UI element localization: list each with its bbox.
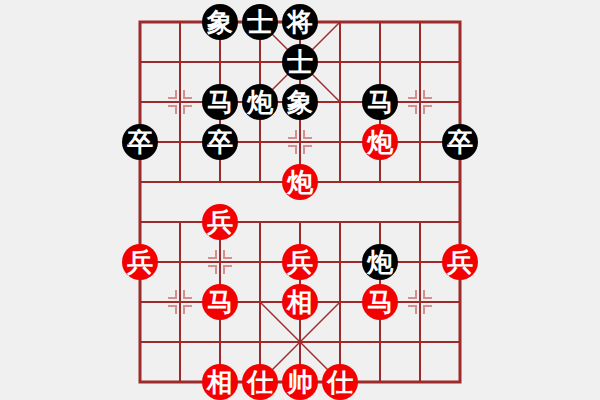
piece-black-horse[interactable]: 马 xyxy=(362,84,398,120)
piece-black-soldier[interactable]: 卒 xyxy=(442,124,478,160)
piece-red-cannon[interactable]: 炮 xyxy=(362,124,398,160)
piece-black-general[interactable]: 将 xyxy=(282,4,318,40)
piece-red-soldier[interactable]: 兵 xyxy=(442,244,478,280)
piece-black-soldier[interactable]: 卒 xyxy=(122,124,158,160)
xiangqi-board[interactable]: 象士将士马炮象马卒卒炮卒炮兵兵兵炮兵马相马相仕帅仕 xyxy=(120,2,480,400)
piece-red-advisor[interactable]: 仕 xyxy=(322,364,358,400)
piece-black-advisor[interactable]: 士 xyxy=(282,44,318,80)
piece-red-cannon[interactable]: 炮 xyxy=(282,164,318,200)
piece-red-general[interactable]: 帅 xyxy=(282,364,318,400)
piece-red-horse[interactable]: 马 xyxy=(362,284,398,320)
screen: { "game": "xiangqi", "position": { "fen"… xyxy=(0,0,600,400)
piece-red-soldier[interactable]: 兵 xyxy=(122,244,158,280)
piece-black-cannon[interactable]: 炮 xyxy=(242,84,278,120)
piece-red-elephant[interactable]: 相 xyxy=(202,364,238,400)
piece-black-soldier[interactable]: 卒 xyxy=(202,124,238,160)
piece-red-soldier[interactable]: 兵 xyxy=(282,244,318,280)
piece-black-elephant[interactable]: 象 xyxy=(282,84,318,120)
piece-black-horse[interactable]: 马 xyxy=(202,84,238,120)
piece-red-horse[interactable]: 马 xyxy=(202,284,238,320)
piece-red-elephant[interactable]: 相 xyxy=(282,284,318,320)
piece-black-advisor[interactable]: 士 xyxy=(242,4,278,40)
piece-red-soldier[interactable]: 兵 xyxy=(202,204,238,240)
xiangqi-app: 象士将士马炮象马卒卒炮卒炮兵兵兵炮兵马相马相仕帅仕 xyxy=(0,0,600,400)
piece-red-advisor[interactable]: 仕 xyxy=(242,364,278,400)
piece-black-elephant[interactable]: 象 xyxy=(202,4,238,40)
piece-black-cannon[interactable]: 炮 xyxy=(362,244,398,280)
board-grid: 象士将士马炮象马卒卒炮卒炮兵兵兵炮兵马相马相仕帅仕 xyxy=(120,2,480,400)
